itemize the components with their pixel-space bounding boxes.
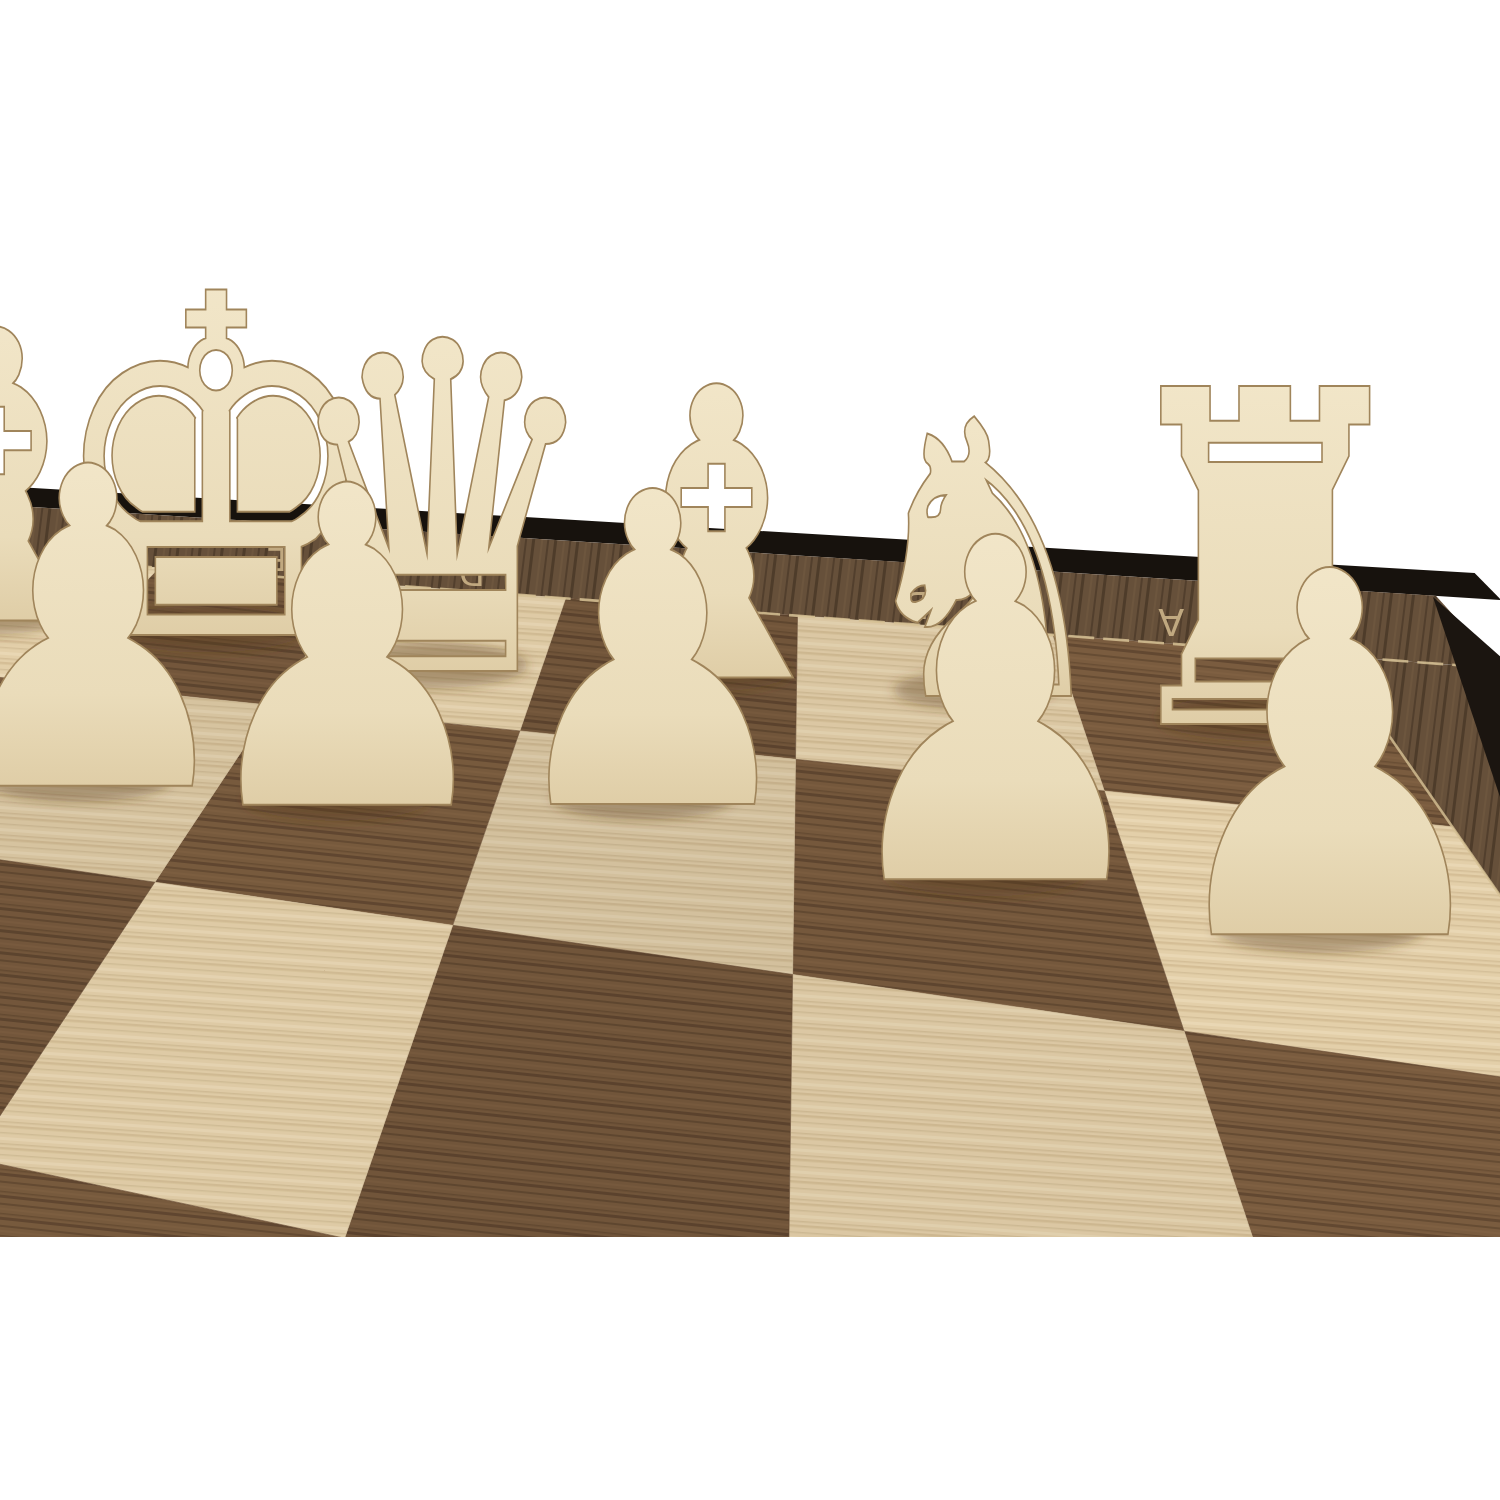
photo-crop-bottom <box>0 1237 1500 1500</box>
piece-white-pawn-b2: ♟ <box>827 442 1164 989</box>
product-photo: ABCDEF♝♚♛♝♞♜♟♟♟♟♟ <box>0 0 1500 1500</box>
chessboard: ABCDEF♝♚♛♝♞♜♟♟♟♟♟ <box>0 0 1500 1500</box>
piece-white-pawn-a2: ♟ <box>1151 469 1500 1051</box>
piece-white-pawn-d2: ♟ <box>189 395 505 907</box>
piece-white-pawn-c2: ♟ <box>499 404 807 904</box>
